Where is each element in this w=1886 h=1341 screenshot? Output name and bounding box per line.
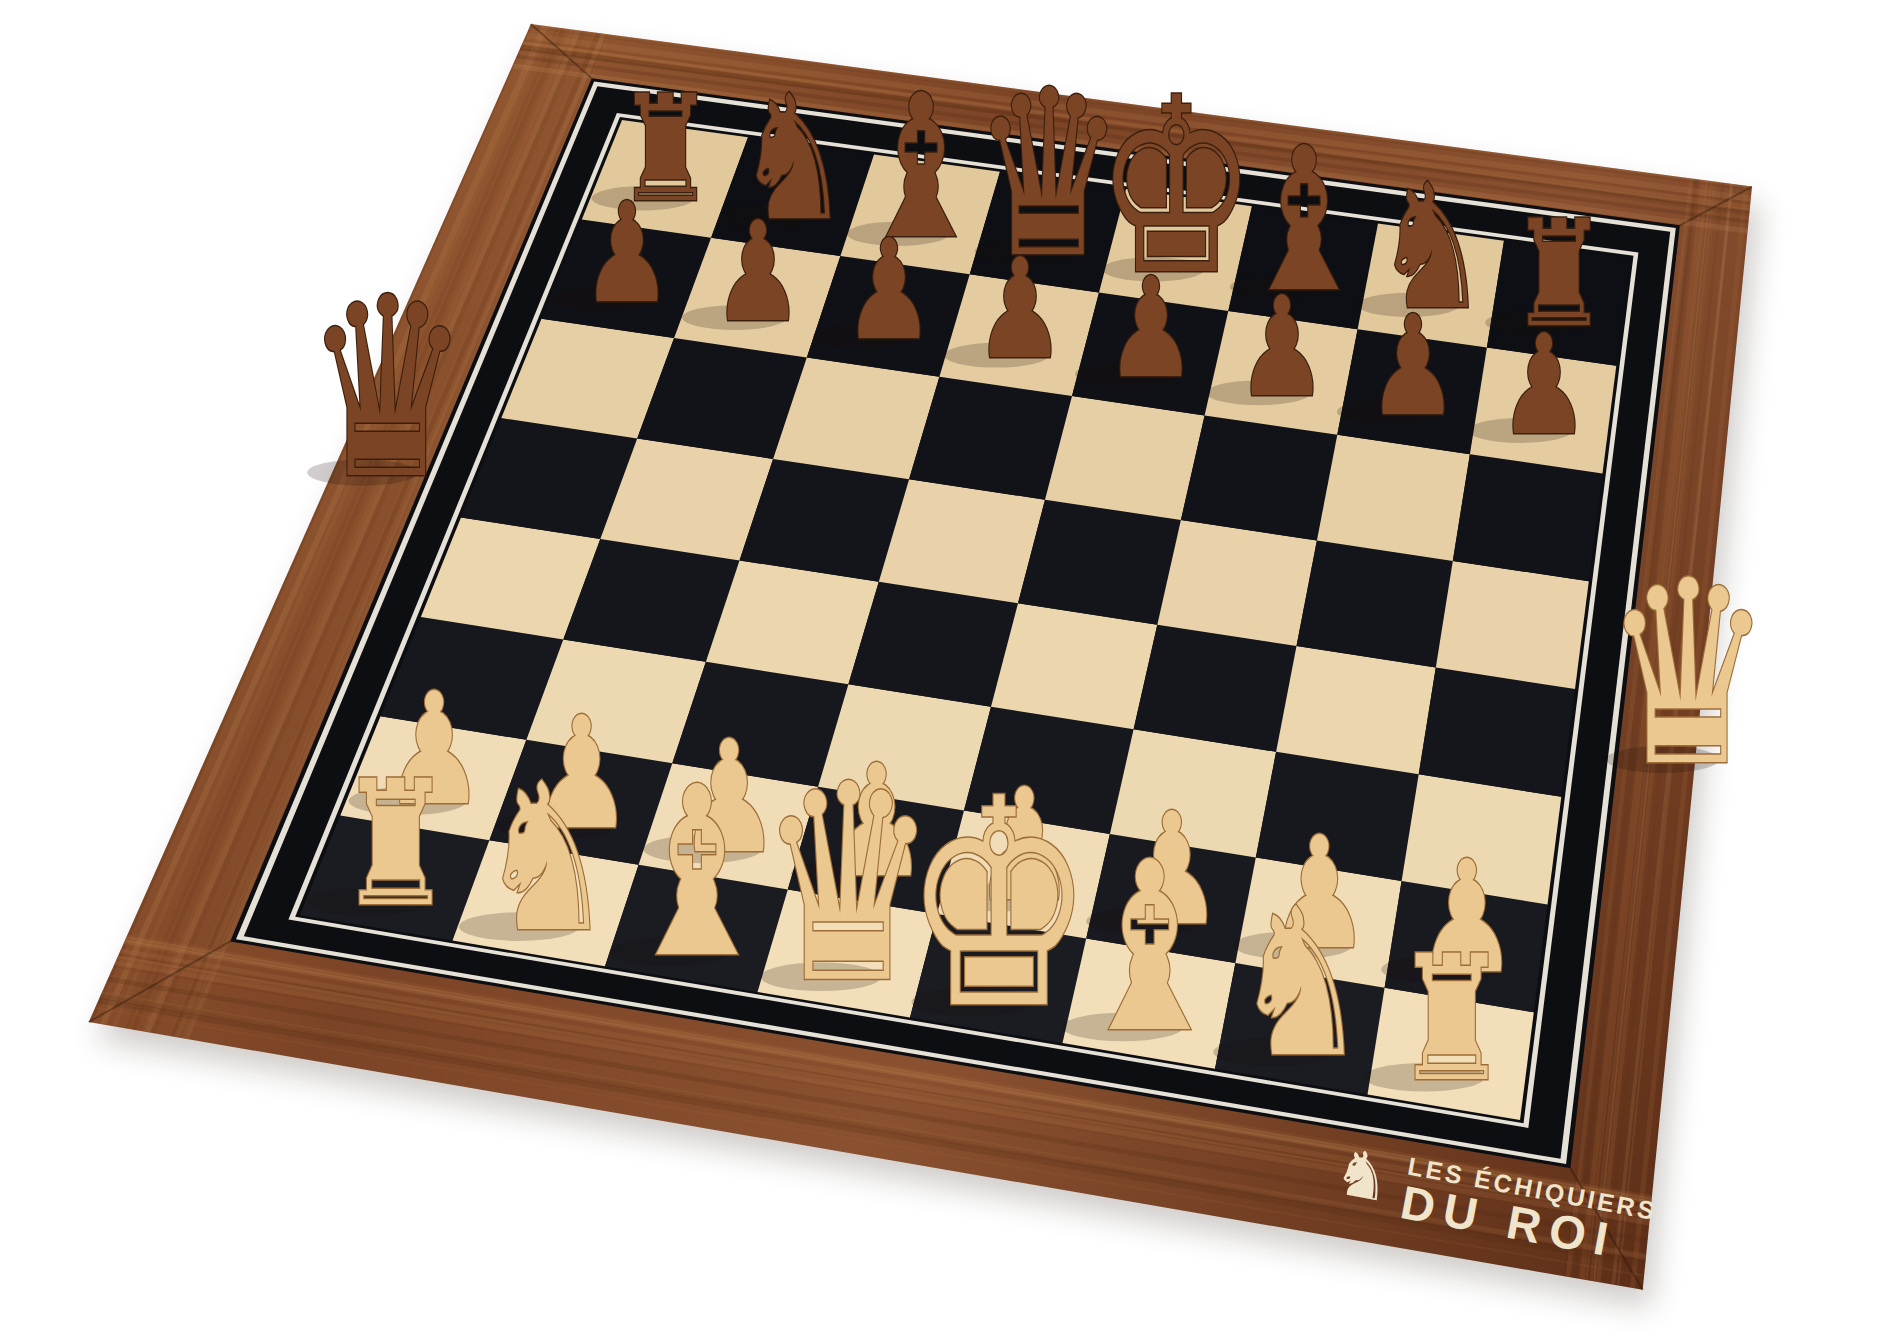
piece-glyph: ♞ <box>479 739 614 977</box>
scene: ♜♞♝♛♚♝♟♞♟♜♟♟♟♟♟♟♛♛♟♟♟♟♟♜♟♞♟♝♟♛♚♝♞♜ ♞ LES… <box>0 0 1886 1341</box>
square-h4[interactable] <box>1419 668 1575 797</box>
piece-white-king-e1[interactable]: ♚ <box>904 738 1094 1072</box>
square-e6[interactable] <box>1045 396 1205 520</box>
piece-glyph: ♟ <box>843 210 935 371</box>
square-e4[interactable] <box>991 603 1157 729</box>
piece-glyph: ♟ <box>712 191 804 352</box>
square-g5[interactable] <box>1297 541 1453 668</box>
spare-white-queen[interactable]: ♛ <box>1604 526 1772 822</box>
piece-glyph: ♛ <box>305 244 470 534</box>
piece-glyph: ♟ <box>974 229 1066 390</box>
piece-glyph: ♟ <box>1498 304 1590 465</box>
piece-glyph: ♛ <box>1604 526 1772 822</box>
chessboard: ♜♞♝♛♚♝♟♞♟♜♟♟♟♟♟♟♛♛♟♟♟♟♟♜♟♞♟♝♟♛♚♝♞♜ <box>0 0 1886 1341</box>
square-g4[interactable] <box>1276 646 1436 774</box>
piece-white-bishop-f1[interactable]: ♝ <box>1062 812 1227 1085</box>
square-f4[interactable] <box>1134 625 1297 752</box>
piece-glyph: ♜ <box>338 743 453 944</box>
square-e5[interactable] <box>1018 500 1181 625</box>
square-f5[interactable] <box>1157 520 1317 646</box>
square-f6[interactable] <box>1181 416 1337 541</box>
piece-glyph: ♝ <box>620 737 775 1010</box>
piece-glyph: ♟ <box>1236 266 1328 427</box>
logo-knight-icon: ♞ <box>1329 1142 1396 1209</box>
square-h6[interactable] <box>1453 454 1603 581</box>
piece-glyph: ♚ <box>904 738 1094 1072</box>
piece-glyph: ♟ <box>1105 248 1197 409</box>
piece-white-knight-b1[interactable]: ♞ <box>459 739 614 977</box>
piece-white-bishop-c1[interactable]: ♝ <box>610 737 775 1010</box>
square-g6[interactable] <box>1317 435 1470 561</box>
spare-black-queen[interactable]: ♛ <box>305 244 470 534</box>
piece-white-knight-g1[interactable]: ♞ <box>1213 864 1368 1102</box>
piece-glyph: ♞ <box>1233 864 1368 1102</box>
piece-glyph: ♟ <box>1367 285 1459 446</box>
square-d5[interactable] <box>879 479 1045 603</box>
square-d4[interactable] <box>848 582 1018 707</box>
piece-glyph: ♟ <box>581 172 673 333</box>
piece-glyph: ♜ <box>1394 919 1509 1120</box>
square-h5[interactable] <box>1436 561 1589 689</box>
piece-glyph: ♝ <box>1072 812 1227 1085</box>
